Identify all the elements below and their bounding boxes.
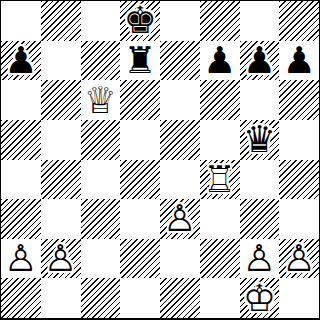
square-g5[interactable]: ♛ bbox=[240, 120, 280, 160]
white-pawn-icon: ♟ bbox=[160, 199, 200, 239]
square-d1[interactable] bbox=[120, 278, 160, 318]
square-a5[interactable] bbox=[1, 120, 41, 160]
square-a8[interactable] bbox=[1, 1, 41, 41]
square-a7[interactable]: ♟ bbox=[1, 41, 41, 81]
square-a3[interactable] bbox=[1, 199, 41, 239]
square-h2[interactable]: ♟♙ bbox=[279, 239, 319, 279]
white-pawn-outline-icon: ♙ bbox=[279, 239, 319, 279]
square-h7[interactable]: ♟ bbox=[279, 41, 319, 81]
square-c6[interactable]: ♛♕ bbox=[81, 80, 121, 120]
white-pawn-outline-icon: ♙ bbox=[160, 199, 200, 239]
square-a6[interactable] bbox=[1, 80, 41, 120]
square-g3[interactable] bbox=[240, 199, 280, 239]
white-king-outline-icon: ♔ bbox=[240, 278, 280, 318]
square-c4[interactable] bbox=[81, 160, 121, 200]
square-c7[interactable] bbox=[81, 41, 121, 81]
square-b6[interactable] bbox=[41, 80, 81, 120]
square-a2[interactable]: ♟♙ bbox=[1, 239, 41, 279]
black-rook-icon: ♜ bbox=[120, 41, 160, 81]
square-f3[interactable] bbox=[200, 199, 240, 239]
square-h3[interactable] bbox=[279, 199, 319, 239]
square-d5[interactable] bbox=[120, 120, 160, 160]
square-h1[interactable] bbox=[279, 278, 319, 318]
square-d4[interactable] bbox=[120, 160, 160, 200]
square-d7[interactable]: ♜ bbox=[120, 41, 160, 81]
square-b3[interactable] bbox=[41, 199, 81, 239]
white-pawn-icon: ♟ bbox=[279, 239, 319, 279]
white-rook-icon: ♜ bbox=[200, 160, 240, 200]
square-b1[interactable] bbox=[41, 278, 81, 318]
square-a4[interactable] bbox=[1, 160, 41, 200]
square-e3[interactable]: ♟♙ bbox=[160, 199, 200, 239]
square-h8[interactable] bbox=[279, 1, 319, 41]
black-pawn-icon: ♟ bbox=[1, 41, 41, 81]
square-g7[interactable]: ♟ bbox=[240, 41, 280, 81]
square-b2[interactable]: ♟♙ bbox=[41, 239, 81, 279]
square-e5[interactable] bbox=[160, 120, 200, 160]
black-pawn-icon: ♟ bbox=[200, 41, 240, 81]
black-queen-icon: ♛ bbox=[240, 120, 280, 160]
square-e1[interactable] bbox=[160, 278, 200, 318]
white-pawn-icon: ♟ bbox=[1, 239, 41, 279]
white-pawn-outline-icon: ♙ bbox=[240, 239, 280, 279]
white-king-icon: ♚ bbox=[240, 278, 280, 318]
square-g2[interactable]: ♟♙ bbox=[240, 239, 280, 279]
square-d6[interactable] bbox=[120, 80, 160, 120]
square-d8[interactable]: ♚ bbox=[120, 1, 160, 41]
square-h5[interactable] bbox=[279, 120, 319, 160]
square-e8[interactable] bbox=[160, 1, 200, 41]
square-f6[interactable] bbox=[200, 80, 240, 120]
white-pawn-outline-icon: ♙ bbox=[1, 239, 41, 279]
square-f2[interactable] bbox=[200, 239, 240, 279]
square-d3[interactable] bbox=[120, 199, 160, 239]
square-c8[interactable] bbox=[81, 1, 121, 41]
chess-board: ♚♟♜♟♟♟♛♕♛♜♖♟♙♟♙♟♙♟♙♟♙♚♔ bbox=[0, 0, 320, 320]
square-e6[interactable] bbox=[160, 80, 200, 120]
square-h4[interactable] bbox=[279, 160, 319, 200]
black-king-icon: ♚ bbox=[120, 1, 160, 41]
white-pawn-outline-icon: ♙ bbox=[41, 239, 81, 279]
square-b7[interactable] bbox=[41, 41, 81, 81]
white-queen-outline-icon: ♕ bbox=[81, 80, 121, 120]
square-d2[interactable] bbox=[120, 239, 160, 279]
square-c5[interactable] bbox=[81, 120, 121, 160]
square-f7[interactable]: ♟ bbox=[200, 41, 240, 81]
white-queen-icon: ♛ bbox=[81, 80, 121, 120]
white-pawn-icon: ♟ bbox=[41, 239, 81, 279]
square-e4[interactable] bbox=[160, 160, 200, 200]
square-g1[interactable]: ♚♔ bbox=[240, 278, 280, 318]
square-f8[interactable] bbox=[200, 1, 240, 41]
square-b5[interactable] bbox=[41, 120, 81, 160]
square-c3[interactable] bbox=[81, 199, 121, 239]
square-b8[interactable] bbox=[41, 1, 81, 41]
square-c2[interactable] bbox=[81, 239, 121, 279]
black-pawn-icon: ♟ bbox=[240, 41, 280, 81]
square-g4[interactable] bbox=[240, 160, 280, 200]
square-e2[interactable] bbox=[160, 239, 200, 279]
square-c1[interactable] bbox=[81, 278, 121, 318]
square-h6[interactable] bbox=[279, 80, 319, 120]
black-pawn-icon: ♟ bbox=[279, 41, 319, 81]
square-a1[interactable] bbox=[1, 278, 41, 318]
square-g8[interactable] bbox=[240, 1, 280, 41]
white-pawn-icon: ♟ bbox=[240, 239, 280, 279]
white-rook-outline-icon: ♖ bbox=[200, 160, 240, 200]
square-f1[interactable] bbox=[200, 278, 240, 318]
square-g6[interactable] bbox=[240, 80, 280, 120]
square-b4[interactable] bbox=[41, 160, 81, 200]
square-f4[interactable]: ♜♖ bbox=[200, 160, 240, 200]
square-f5[interactable] bbox=[200, 120, 240, 160]
square-e7[interactable] bbox=[160, 41, 200, 81]
